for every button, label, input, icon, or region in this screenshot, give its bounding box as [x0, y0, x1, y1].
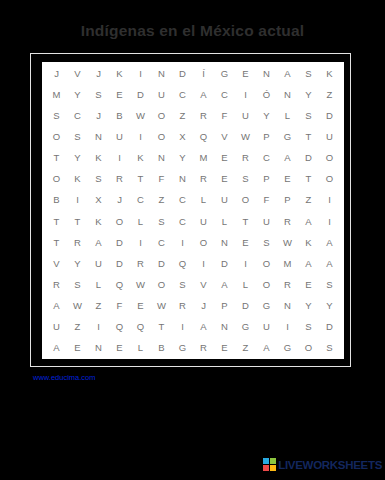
- grid-cell: I: [172, 316, 193, 337]
- grid-cell: I: [193, 253, 214, 274]
- grid-cell: W: [235, 126, 256, 147]
- grid-cell: O: [193, 232, 214, 253]
- grid-cell: R: [67, 232, 88, 253]
- grid-cell: U: [256, 210, 277, 231]
- grid-cell: T: [151, 316, 172, 337]
- grid-cell: Q: [193, 126, 214, 147]
- grid-cell: I: [235, 84, 256, 105]
- grid-cell: E: [109, 337, 130, 358]
- grid-cell: O: [151, 105, 172, 126]
- grid-cell: L: [235, 274, 256, 295]
- grid-cell: Z: [235, 337, 256, 358]
- grid-cell: T: [298, 168, 319, 189]
- grid-cell: V: [193, 274, 214, 295]
- grid-cell: G: [214, 63, 235, 84]
- grid-cell: N: [151, 147, 172, 168]
- grid-cell: I: [172, 232, 193, 253]
- grid-cell: Z: [298, 189, 319, 210]
- grid-cell: R: [277, 274, 298, 295]
- grid-cell: Y: [319, 295, 340, 316]
- grid-cell: D: [109, 232, 130, 253]
- grid-cell: Y: [256, 105, 277, 126]
- grid-cell: Y: [298, 295, 319, 316]
- grid-cell: L: [130, 337, 151, 358]
- grid-cell: E: [214, 337, 235, 358]
- grid-cell: D: [214, 253, 235, 274]
- grid-cell: F: [151, 168, 172, 189]
- grid-cell: D: [319, 105, 340, 126]
- grid-cell: L: [277, 105, 298, 126]
- liveworksheets-text: LIVEWORKSHEETS: [278, 459, 382, 471]
- grid-cell: E: [109, 84, 130, 105]
- grid-cell: A: [193, 316, 214, 337]
- grid-cell: K: [298, 232, 319, 253]
- grid-cell: Q: [109, 316, 130, 337]
- grid-cell: C: [130, 189, 151, 210]
- grid-cell: N: [172, 168, 193, 189]
- grid-cell: I: [130, 126, 151, 147]
- grid-cell: R: [235, 147, 256, 168]
- grid-cell: J: [46, 63, 67, 84]
- grid-cell: S: [172, 274, 193, 295]
- grid-cell: S: [256, 232, 277, 253]
- grid-cell: E: [277, 168, 298, 189]
- grid-cell: N: [214, 232, 235, 253]
- grid-cell: A: [298, 210, 319, 231]
- grid-cell: N: [88, 337, 109, 358]
- grid-cell: Z: [151, 189, 172, 210]
- grid-cell: M: [46, 84, 67, 105]
- grid-cell: Z: [67, 316, 88, 337]
- grid-cell: O: [256, 253, 277, 274]
- grid-cell: U: [193, 210, 214, 231]
- icon-square-yellow: [270, 465, 276, 471]
- grid-cell: C: [172, 210, 193, 231]
- grid-cell: J: [193, 295, 214, 316]
- grid-cell: D: [235, 295, 256, 316]
- grid-cell: G: [277, 126, 298, 147]
- puzzle-frame: JVJKINDÍGENASKMYSEDUCACIÓNYZSCJBWOZRFUYL…: [30, 53, 351, 367]
- grid-cell: S: [67, 126, 88, 147]
- grid-cell: L: [130, 210, 151, 231]
- grid-cell: S: [67, 274, 88, 295]
- grid-cell: A: [319, 232, 340, 253]
- grid-cell: Z: [172, 105, 193, 126]
- grid-cell: Z: [319, 84, 340, 105]
- grid-cell: U: [109, 126, 130, 147]
- grid-cell: J: [88, 105, 109, 126]
- grid-cell: S: [235, 168, 256, 189]
- grid-cell: T: [298, 126, 319, 147]
- grid-cell: R: [277, 210, 298, 231]
- grid-cell: K: [319, 63, 340, 84]
- grid-cell: X: [172, 126, 193, 147]
- grid-cell: R: [193, 105, 214, 126]
- grid-cell: F: [214, 105, 235, 126]
- grid-cell: V: [46, 253, 67, 274]
- grid-cell: W: [151, 295, 172, 316]
- grid-cell: J: [88, 63, 109, 84]
- word-search-grid: JVJKINDÍGENASKMYSEDUCACIÓNYZSCJBWOZRFUYL…: [42, 62, 344, 359]
- grid-cell: K: [109, 63, 130, 84]
- grid-cell: E: [235, 63, 256, 84]
- grid-cell: W: [67, 295, 88, 316]
- grid-cell: I: [88, 316, 109, 337]
- grid-cell: Y: [67, 84, 88, 105]
- grid-cell: E: [214, 147, 235, 168]
- grid-cell: D: [172, 63, 193, 84]
- grid-cell: I: [130, 232, 151, 253]
- grid-cell: E: [67, 337, 88, 358]
- grid-cell: C: [151, 232, 172, 253]
- grid-cell: O: [151, 126, 172, 147]
- grid-cell: G: [256, 295, 277, 316]
- grid-cell: P: [256, 126, 277, 147]
- grid-cell: G: [172, 337, 193, 358]
- grid-cell: W: [130, 105, 151, 126]
- grid-cell: T: [130, 168, 151, 189]
- grid-cell: I: [109, 147, 130, 168]
- grid-cell: Y: [298, 84, 319, 105]
- grid-cell: C: [172, 189, 193, 210]
- grid-cell: N: [214, 316, 235, 337]
- grid-cell: O: [298, 337, 319, 358]
- grid-cell: S: [319, 274, 340, 295]
- grid-cell: T: [46, 147, 67, 168]
- grid-cell: A: [277, 147, 298, 168]
- grid-cell: M: [277, 253, 298, 274]
- grid-cell: T: [46, 232, 67, 253]
- grid-cell: T: [235, 210, 256, 231]
- grid-cell: O: [319, 147, 340, 168]
- grid-cell: P: [214, 295, 235, 316]
- grid-cell: A: [319, 253, 340, 274]
- grid-cell: V: [67, 63, 88, 84]
- grid-cell: U: [319, 126, 340, 147]
- grid-cell: M: [193, 147, 214, 168]
- grid-cell: L: [214, 210, 235, 231]
- grid-cell: O: [256, 274, 277, 295]
- grid-cell: O: [109, 210, 130, 231]
- grid-cell: Q: [130, 316, 151, 337]
- grid-cell: D: [151, 253, 172, 274]
- grid-cell: I: [235, 253, 256, 274]
- educima-link[interactable]: www.educima.com: [33, 373, 96, 382]
- grid-cell: A: [214, 274, 235, 295]
- grid-cell: R: [193, 337, 214, 358]
- grid-cell: X: [88, 189, 109, 210]
- grid-cell: N: [151, 63, 172, 84]
- grid-cell: E: [130, 295, 151, 316]
- grid-cell: S: [298, 63, 319, 84]
- liveworksheets-logo: LIVEWORKSHEETS: [263, 458, 382, 471]
- grid-cell: D: [319, 316, 340, 337]
- grid-cell: J: [109, 189, 130, 210]
- grid-cell: B: [46, 189, 67, 210]
- grid-cell: R: [46, 274, 67, 295]
- grid-cell: B: [109, 105, 130, 126]
- grid-cell: S: [151, 210, 172, 231]
- grid-cell: U: [88, 253, 109, 274]
- grid-cell: A: [277, 63, 298, 84]
- grid-cell: B: [151, 337, 172, 358]
- grid-cell: C: [67, 105, 88, 126]
- grid-cell: O: [235, 189, 256, 210]
- grid-cell: U: [151, 84, 172, 105]
- grid-cell: S: [298, 316, 319, 337]
- grid-cell: D: [130, 84, 151, 105]
- grid-cell: Z: [88, 295, 109, 316]
- grid-cell: K: [88, 210, 109, 231]
- grid-cell: A: [46, 295, 67, 316]
- grid-cell: E: [298, 274, 319, 295]
- grid-cell: E: [235, 232, 256, 253]
- grid-cell: C: [172, 84, 193, 105]
- grid-cell: R: [109, 168, 130, 189]
- grid-cell: N: [256, 63, 277, 84]
- grid-cell: N: [277, 295, 298, 316]
- grid-cell: A: [298, 253, 319, 274]
- grid-cell: O: [46, 168, 67, 189]
- grid-cell: U: [256, 316, 277, 337]
- grid-cell: F: [109, 295, 130, 316]
- grid-cell: Í: [193, 63, 214, 84]
- grid-cell: Q: [172, 253, 193, 274]
- grid-cell: D: [298, 147, 319, 168]
- grid-cell: G: [277, 337, 298, 358]
- grid-cell: S: [298, 105, 319, 126]
- grid-cell: K: [88, 147, 109, 168]
- icon-square-green: [270, 458, 276, 464]
- liveworksheets-grid-icon: [263, 458, 276, 471]
- grid-cell: U: [214, 189, 235, 210]
- page: Indígenas en el México actual JVJKINDÍGE…: [0, 0, 385, 480]
- grid-cell: A: [193, 84, 214, 105]
- grid-cell: S: [88, 168, 109, 189]
- grid-cell: N: [277, 84, 298, 105]
- grid-cell: R: [193, 168, 214, 189]
- grid-cell: V: [214, 126, 235, 147]
- grid-cell: A: [88, 232, 109, 253]
- grid-cell: K: [130, 147, 151, 168]
- grid-cell: P: [256, 168, 277, 189]
- grid-cell: W: [130, 274, 151, 295]
- grid-cell: F: [256, 189, 277, 210]
- grid-cell: Q: [109, 274, 130, 295]
- grid-cell: N: [88, 126, 109, 147]
- grid-cell: Y: [67, 253, 88, 274]
- grid-cell: I: [277, 316, 298, 337]
- grid-cell: S: [88, 84, 109, 105]
- grid-cell: U: [235, 105, 256, 126]
- grid-cell: L: [193, 189, 214, 210]
- grid-cell: O: [151, 274, 172, 295]
- grid-cell: U: [46, 316, 67, 337]
- grid-cell: T: [67, 210, 88, 231]
- grid-cell: G: [235, 316, 256, 337]
- grid-cell: K: [67, 168, 88, 189]
- grid-cell: C: [256, 147, 277, 168]
- grid-cell: R: [130, 253, 151, 274]
- grid-cell: O: [46, 126, 67, 147]
- grid-cell: I: [130, 63, 151, 84]
- grid-cell: R: [172, 295, 193, 316]
- grid-cell: A: [46, 337, 67, 358]
- grid-cell: D: [109, 253, 130, 274]
- grid-cell: I: [319, 210, 340, 231]
- grid-cell: P: [277, 189, 298, 210]
- grid-cell: O: [319, 168, 340, 189]
- grid-cell: Ó: [256, 84, 277, 105]
- grid-cell: W: [277, 232, 298, 253]
- grid-cell: T: [46, 210, 67, 231]
- grid-cell: S: [319, 337, 340, 358]
- grid-cell: I: [319, 189, 340, 210]
- icon-square-blue: [263, 458, 269, 464]
- grid-cell: E: [214, 168, 235, 189]
- grid-cell: C: [214, 84, 235, 105]
- grid-cell: S: [46, 105, 67, 126]
- grid-cell: I: [67, 189, 88, 210]
- grid-cell: A: [256, 337, 277, 358]
- grid-cell: Y: [67, 147, 88, 168]
- icon-square-red: [263, 465, 269, 471]
- puzzle-title: Indígenas en el México actual: [0, 22, 385, 40]
- grid-cell: L: [88, 274, 109, 295]
- grid-cell: Y: [172, 147, 193, 168]
